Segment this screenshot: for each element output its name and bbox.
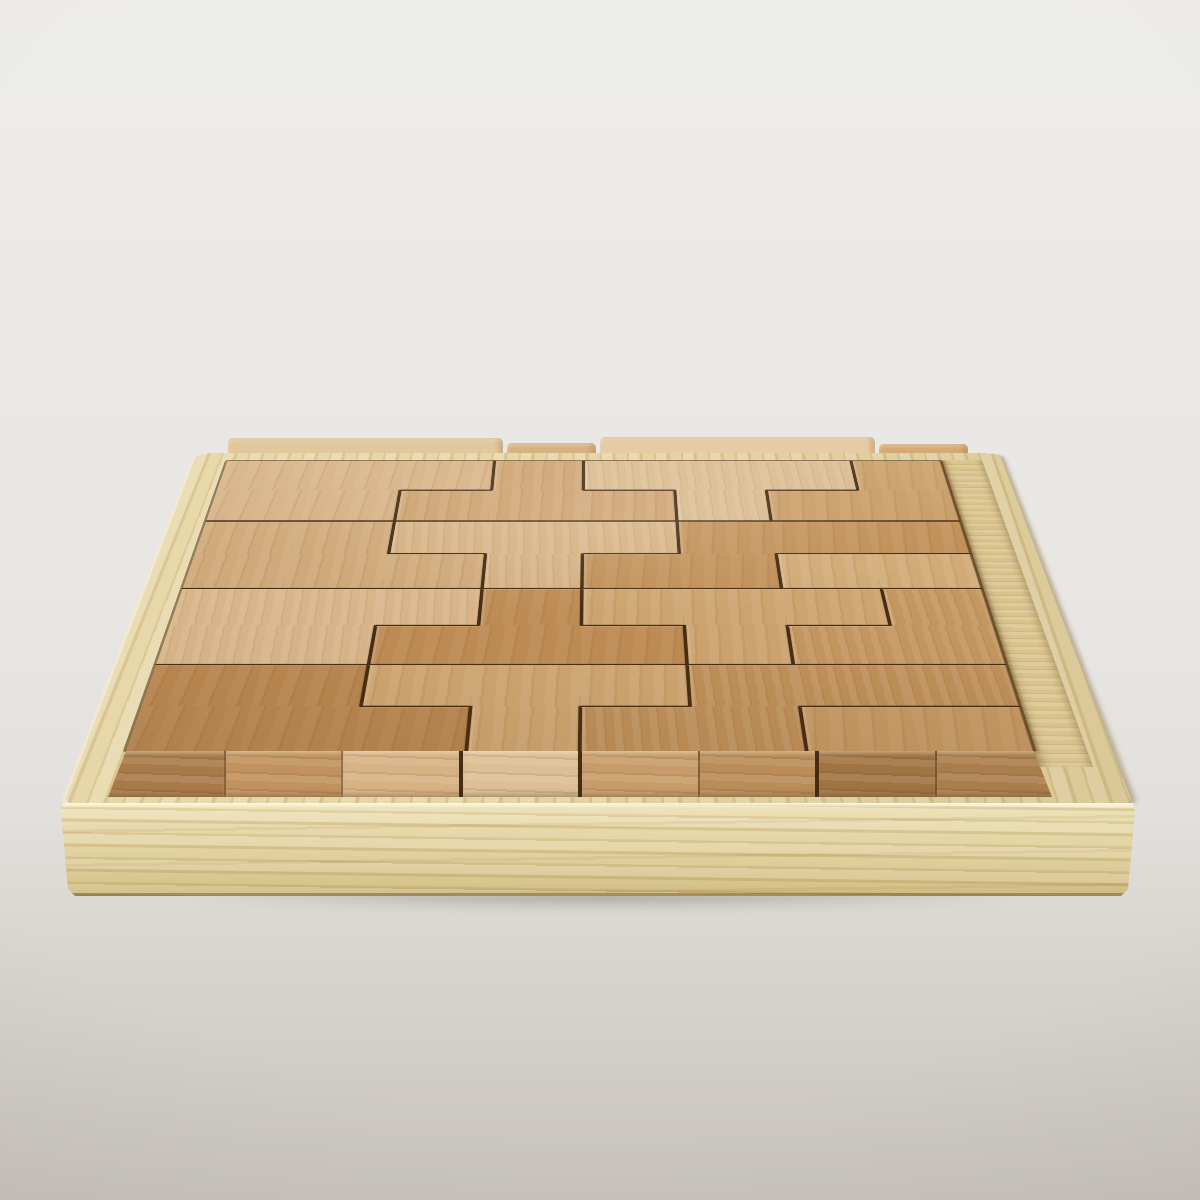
piece-front-face-O[interactable] [698,751,816,797]
front-row-piece-faces [108,751,1052,797]
piece-front-face-P[interactable] [935,751,1053,797]
pieces-sheen [126,461,1034,751]
front-wall-grain [56,799,1144,896]
front-wall-top-highlight [63,803,1133,808]
piece-front-face-N[interactable] [459,751,579,797]
piece-front-face-M[interactable] [108,751,224,797]
tray-front-wall [56,799,1144,896]
front-wall-bottom-edge [72,893,1128,896]
piece-front-face-O[interactable] [578,751,698,797]
piece-front-face-M[interactable] [341,751,459,797]
product-photo-scene [0,0,1200,1200]
piece-front-face-P[interactable] [815,751,935,797]
piece-front-face-M[interactable] [224,751,342,797]
